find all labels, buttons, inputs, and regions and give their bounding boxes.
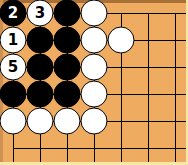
board-edge-bottom xyxy=(0,162,188,165)
white-stone-move-1: 1 xyxy=(0,27,27,54)
black-stone xyxy=(27,81,54,108)
grid-line-vertical xyxy=(175,13,176,165)
white-stone xyxy=(81,54,108,81)
white-stone xyxy=(81,27,108,54)
black-stone xyxy=(0,81,27,108)
go-diagram: 2315 xyxy=(0,0,188,165)
white-stone-move-5: 5 xyxy=(0,54,27,81)
go-board[interactable]: 2315 xyxy=(0,0,188,165)
white-stone xyxy=(27,108,54,135)
white-stone xyxy=(81,0,108,27)
black-stone xyxy=(54,0,81,27)
board-edge-right xyxy=(186,0,188,165)
black-stone xyxy=(54,81,81,108)
grid-line-vertical xyxy=(148,13,149,165)
white-stone xyxy=(81,108,108,135)
white-stone xyxy=(0,108,27,135)
black-stone xyxy=(54,54,81,81)
white-stone-move-3: 3 xyxy=(27,0,54,27)
black-stone xyxy=(54,27,81,54)
black-stone xyxy=(27,54,54,81)
white-stone xyxy=(54,108,81,135)
black-stone xyxy=(27,27,54,54)
black-stone-move-2: 2 xyxy=(0,0,27,27)
grid-line-horizontal xyxy=(13,148,188,149)
white-stone xyxy=(81,81,108,108)
white-stone xyxy=(108,27,135,54)
board-edge-left xyxy=(0,0,3,165)
